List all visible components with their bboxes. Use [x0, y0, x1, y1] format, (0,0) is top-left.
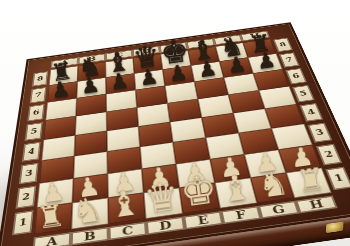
rank-label: 1 [327, 167, 350, 189]
square-a6 [45, 98, 76, 120]
frame-edge: 5 [22, 120, 46, 142]
square-e5 [167, 99, 201, 122]
rank-label: 2 [17, 186, 35, 208]
white-pawn: ♟ [253, 149, 279, 176]
frame-edge: 1 [9, 208, 37, 238]
white-pawn: ♟ [147, 164, 173, 191]
white-pawn: ♟ [76, 174, 102, 201]
rank-label: 6 [28, 105, 43, 121]
square-h4 [265, 104, 304, 128]
frame-edge: 4 [19, 140, 44, 164]
chess-set-photo: ABCDEFGH8♜♞♝♛♚♝♞♜87♟♟♟♟♟♟♟♟7665544332♟♟♟… [0, 0, 350, 246]
white-pawn: ♟ [40, 179, 66, 206]
rank-label: 4 [23, 142, 40, 161]
square-g3 [239, 128, 279, 154]
frame-edge: 6 [25, 102, 48, 123]
rank-label: 6 [287, 69, 306, 84]
rank-label: 8 [274, 38, 292, 51]
white-rook: ♜ [35, 200, 66, 233]
rank-label: 3 [20, 163, 37, 183]
brass-clasp [326, 222, 344, 233]
square-b2: ♟ [72, 174, 108, 203]
rank-label: 7 [280, 53, 298, 67]
frame-edge: A [32, 229, 71, 246]
rank-label: 5 [26, 123, 42, 141]
file-label: A [34, 233, 71, 246]
white-pawn: ♟ [289, 144, 315, 171]
square-a7: ♟ [47, 81, 77, 102]
rank-label: 7 [31, 88, 46, 103]
file-label: D [147, 217, 184, 234]
square-a5 [44, 116, 76, 140]
rank-label: 3 [309, 123, 331, 142]
file-label: C [110, 222, 146, 239]
rank-label: 8 [33, 72, 47, 86]
file-label: G [259, 201, 298, 218]
file-label: F [222, 207, 261, 224]
file-label: H [296, 196, 336, 212]
board-tilt-wrapper: ABCDEFGH8♜♞♝♛♚♝♞♜87♟♟♟♟♟♟♟♟7665544332♟♟♟… [0, 0, 348, 246]
rank-label: 1 [13, 211, 32, 235]
file-label: E [184, 212, 222, 229]
white-pawn: ♟ [111, 169, 137, 196]
frame-edge: F [220, 203, 262, 227]
rank-label: 5 [293, 85, 313, 101]
rank-label: 2 [317, 144, 340, 164]
frame-edge: D [146, 214, 186, 238]
frame-edge: 7 [27, 85, 49, 105]
file-label: B [72, 228, 108, 245]
square-e7: ♟ [163, 66, 195, 86]
frame-edge: C [109, 219, 148, 244]
square-b5 [75, 112, 107, 136]
rank-label: 4 [301, 104, 322, 122]
square-e3 [173, 138, 210, 164]
square-f7: ♟ [191, 62, 224, 82]
frame-edge: G [257, 198, 300, 222]
frame-edge: E [183, 208, 224, 232]
white-pawn: ♟ [182, 159, 208, 186]
square-e4 [170, 118, 206, 143]
white-pawn: ♟ [218, 154, 244, 181]
square-d3 [140, 142, 176, 169]
chess-board: ABCDEFGH8♜♞♝♛♚♝♞♜87♟♟♟♟♟♟♟♟7665544332♟♟♟… [0, 22, 350, 246]
square-c4 [107, 126, 140, 151]
